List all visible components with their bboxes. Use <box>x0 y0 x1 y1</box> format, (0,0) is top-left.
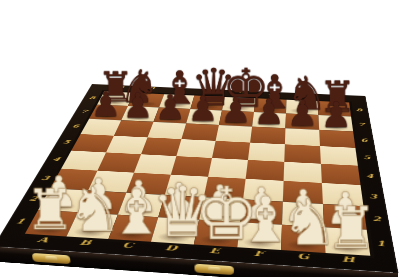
square-e6[interactable] <box>216 125 252 143</box>
square-g5[interactable] <box>284 144 321 163</box>
square-h7[interactable]: ♟ <box>318 115 353 132</box>
piece-white-rook[interactable]: ♜ <box>326 202 370 254</box>
square-g1[interactable]: ♞ <box>281 225 325 253</box>
piece-white-bishop[interactable]: ♝ <box>237 192 281 249</box>
piece-white-queen[interactable]: ♛ <box>151 181 194 244</box>
brass-clasp-icon <box>32 253 71 264</box>
chess-board: ABCDEFGH ABCDEFGH 87654321 87654321 ♜♞♝♛… <box>0 84 398 273</box>
square-e7[interactable]: ♟ <box>219 110 254 126</box>
piece-white-knight[interactable]: ♞ <box>67 182 110 238</box>
square-d6[interactable] <box>181 123 219 140</box>
rank-label-5: 5 <box>355 148 378 167</box>
rank-label-7: 7 <box>351 116 372 132</box>
brass-clasp-icon <box>195 264 235 275</box>
square-h6[interactable] <box>319 130 355 148</box>
square-d1[interactable]: ♛ <box>151 217 199 244</box>
piece-black-pawn[interactable]: ♟ <box>154 92 187 123</box>
piece-black-pawn[interactable]: ♟ <box>252 96 285 128</box>
square-f1[interactable]: ♝ <box>237 222 282 250</box>
rank-label-6: 6 <box>353 132 375 149</box>
square-c7[interactable]: ♟ <box>153 108 190 124</box>
square-d7[interactable]: ♟ <box>186 109 222 125</box>
square-h1[interactable]: ♜ <box>324 227 370 256</box>
square-f7[interactable]: ♟ <box>252 112 286 128</box>
square-e5[interactable] <box>212 141 250 160</box>
square-d5[interactable] <box>176 139 215 158</box>
piece-black-pawn[interactable]: ♟ <box>286 98 319 130</box>
piece-black-pawn[interactable]: ♟ <box>319 99 353 131</box>
square-c6[interactable] <box>148 122 187 139</box>
piece-white-bishop[interactable]: ♝ <box>109 185 152 241</box>
piece-white-knight[interactable]: ♞ <box>281 195 325 252</box>
square-h4[interactable] <box>321 164 361 185</box>
piece-black-pawn[interactable]: ♟ <box>186 93 219 124</box>
square-g6[interactable] <box>285 128 320 146</box>
piece-black-pawn[interactable]: ♟ <box>121 90 154 121</box>
piece-black-pawn[interactable]: ♟ <box>219 95 252 126</box>
square-g7[interactable]: ♟ <box>285 113 319 129</box>
photo-background: ABCDEFGH ABCDEFGH 87654321 87654321 ♜♞♝♛… <box>0 0 416 277</box>
square-f6[interactable] <box>250 127 285 145</box>
square-e1[interactable]: ♚ <box>194 220 240 248</box>
square-c5[interactable] <box>141 137 181 156</box>
square-b6[interactable] <box>114 120 154 137</box>
scene: ABCDEFGH ABCDEFGH 87654321 87654321 ♜♞♝♛… <box>0 0 416 277</box>
piece-white-rook[interactable]: ♜ <box>25 185 68 235</box>
piece-white-king[interactable]: ♚ <box>194 181 237 246</box>
square-h5[interactable] <box>320 146 358 166</box>
square-f5[interactable] <box>248 143 285 162</box>
piece-black-pawn[interactable]: ♟ <box>89 89 122 120</box>
